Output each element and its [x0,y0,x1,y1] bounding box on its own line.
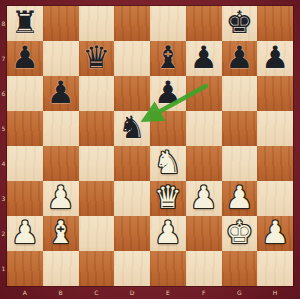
piece-white-bishop[interactable]: ♝ [47,217,75,248]
square-f7[interactable]: ♟ [186,41,222,76]
square-h1[interactable] [257,251,293,286]
piece-black-knight[interactable]: ♞ [118,112,146,143]
square-b3[interactable]: ♟ [43,181,79,216]
piece-black-king[interactable]: ♚ [225,7,253,38]
square-a4[interactable] [7,146,43,181]
square-a5[interactable] [7,111,43,146]
square-d3[interactable] [114,181,150,216]
square-g7[interactable]: ♟ [222,41,258,76]
square-d7[interactable] [114,41,150,76]
square-f3[interactable]: ♟ [186,181,222,216]
piece-black-pawn[interactable]: ♟ [154,77,182,108]
square-d8[interactable] [114,6,150,41]
rank-label-4: 4 [0,146,7,181]
square-e3[interactable]: ♛ [150,181,186,216]
square-e7[interactable]: ♝ [150,41,186,76]
piece-white-king[interactable]: ♚ [225,217,253,248]
square-f4[interactable] [186,146,222,181]
square-g5[interactable] [222,111,258,146]
piece-black-pawn[interactable]: ♟ [11,42,39,73]
square-a8[interactable]: ♜ [7,6,43,41]
square-h7[interactable]: ♟ [257,41,293,76]
square-c5[interactable] [79,111,115,146]
rank-label-5: 5 [0,111,7,146]
piece-white-pawn[interactable]: ♟ [190,182,218,213]
piece-black-pawn[interactable]: ♟ [225,42,253,73]
piece-white-pawn[interactable]: ♟ [225,182,253,213]
piece-white-pawn[interactable]: ♟ [261,217,289,248]
piece-white-knight[interactable]: ♞ [154,147,182,178]
piece-black-pawn[interactable]: ♟ [190,42,218,73]
square-c3[interactable] [79,181,115,216]
square-b1[interactable] [43,251,79,286]
square-b2[interactable]: ♝ [43,216,79,251]
square-f1[interactable] [186,251,222,286]
square-h4[interactable] [257,146,293,181]
square-g8[interactable]: ♚ [222,6,258,41]
square-a1[interactable] [7,251,43,286]
file-label-e: E [150,286,186,299]
square-e6[interactable]: ♟ [150,76,186,111]
square-b7[interactable] [43,41,79,76]
square-c1[interactable] [79,251,115,286]
square-g3[interactable]: ♟ [222,181,258,216]
square-g4[interactable] [222,146,258,181]
square-c6[interactable] [79,76,115,111]
square-d4[interactable] [114,146,150,181]
rank-label-7: 7 [0,41,7,76]
square-b6[interactable]: ♟ [43,76,79,111]
square-c4[interactable] [79,146,115,181]
file-label-f: F [186,286,222,299]
square-h3[interactable] [257,181,293,216]
square-c2[interactable] [79,216,115,251]
square-d1[interactable] [114,251,150,286]
square-f2[interactable] [186,216,222,251]
square-d5[interactable]: ♞ [114,111,150,146]
square-e5[interactable] [150,111,186,146]
rank-labels: 87654321 [0,6,7,286]
square-b8[interactable] [43,6,79,41]
square-e1[interactable] [150,251,186,286]
piece-black-rook[interactable]: ♜ [11,7,39,38]
chess-board-frame: 87654321 ABCDEFGH ♜♚♟♛♝♟♟♟♟♟♞♞♟♛♟♟♟♝♟♚♟ [0,0,300,299]
square-g1[interactable] [222,251,258,286]
square-g2[interactable]: ♚ [222,216,258,251]
square-c8[interactable] [79,6,115,41]
square-f8[interactable] [186,6,222,41]
square-a6[interactable] [7,76,43,111]
square-a7[interactable]: ♟ [7,41,43,76]
square-e8[interactable] [150,6,186,41]
square-a2[interactable]: ♟ [7,216,43,251]
square-h8[interactable] [257,6,293,41]
file-label-d: D [114,286,150,299]
piece-black-pawn[interactable]: ♟ [47,77,75,108]
file-label-g: G [222,286,258,299]
square-d2[interactable] [114,216,150,251]
chess-board: ♜♚♟♛♝♟♟♟♟♟♞♞♟♛♟♟♟♝♟♚♟ [7,6,293,286]
square-f5[interactable] [186,111,222,146]
square-f6[interactable] [186,76,222,111]
rank-label-1: 1 [0,251,7,286]
square-g6[interactable] [222,76,258,111]
rank-label-2: 2 [0,216,7,251]
file-label-h: H [257,286,293,299]
file-label-a: A [7,286,43,299]
square-b5[interactable] [43,111,79,146]
square-e4[interactable]: ♞ [150,146,186,181]
square-a3[interactable] [7,181,43,216]
piece-white-pawn[interactable]: ♟ [11,217,39,248]
piece-black-bishop[interactable]: ♝ [154,42,182,73]
piece-black-queen[interactable]: ♛ [82,42,110,73]
piece-white-pawn[interactable]: ♟ [47,182,75,213]
square-b4[interactable] [43,146,79,181]
piece-black-pawn[interactable]: ♟ [261,42,289,73]
square-c7[interactable]: ♛ [79,41,115,76]
square-d6[interactable] [114,76,150,111]
square-h6[interactable] [257,76,293,111]
rank-label-3: 3 [0,181,7,216]
file-labels: ABCDEFGH [7,286,293,299]
rank-label-6: 6 [0,76,7,111]
file-label-b: B [43,286,79,299]
square-h5[interactable] [257,111,293,146]
piece-white-pawn[interactable]: ♟ [154,217,182,248]
square-h2[interactable]: ♟ [257,216,293,251]
square-e2[interactable]: ♟ [150,216,186,251]
piece-white-queen[interactable]: ♛ [154,182,182,213]
file-label-c: C [79,286,115,299]
rank-label-8: 8 [0,6,7,41]
